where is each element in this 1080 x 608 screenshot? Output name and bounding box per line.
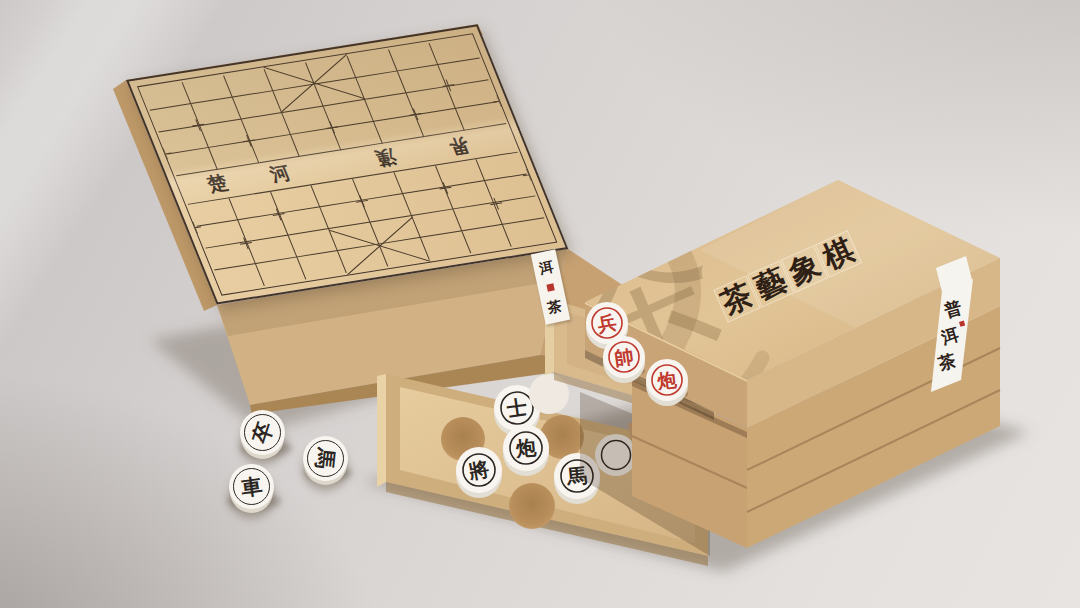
- piece-char: 車: [240, 475, 264, 499]
- svg-text:炮: 炮: [514, 435, 538, 461]
- svg-text:將: 將: [466, 456, 491, 483]
- xiangqi-grid: 楚河漢界: [141, 36, 553, 292]
- scene: { "game": "xiangqi", "position": "9/9/9/…: [0, 0, 1080, 608]
- river-char: 界: [444, 131, 473, 159]
- black-piece-pao: 炮: [503, 425, 549, 476]
- piece-char: 馬: [314, 447, 337, 470]
- black-piece-jiang: 將: [456, 447, 502, 498]
- svg-text:帥: 帥: [613, 345, 635, 369]
- tray2-left-cap: [377, 374, 386, 487]
- loose-piece-ju: 車: [229, 464, 274, 509]
- svg-text:兵: 兵: [595, 311, 619, 336]
- loose-piece-zu: 卒: [240, 410, 285, 455]
- red-piece-pao: 炮: [646, 359, 688, 406]
- river-char: 河: [266, 160, 295, 188]
- left-label-char: 洱: [538, 259, 555, 276]
- svg-text:士: 士: [504, 395, 528, 422]
- river-char: 楚: [203, 170, 232, 198]
- piece-hole: [509, 483, 555, 529]
- svg-text:炮: 炮: [655, 368, 678, 392]
- board-cell: [503, 218, 553, 246]
- river-char: 漢: [371, 143, 400, 171]
- loose-piece-ma: 馬: [303, 436, 348, 481]
- red-piece-shuai: 帥: [603, 336, 645, 383]
- label-seal: [546, 283, 554, 291]
- left-label-char: 茶: [546, 298, 563, 315]
- board-frame: 楚河漢界: [137, 33, 557, 296]
- piece-char: 卒: [249, 419, 275, 445]
